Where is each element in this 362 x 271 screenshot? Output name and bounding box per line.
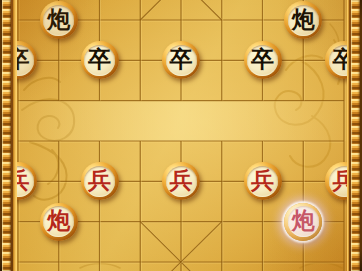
board-cell-file7-rank5[interactable]	[283, 121, 324, 161]
piece-face: 炮	[288, 5, 319, 36]
board-cell-file3-rank3[interactable]	[120, 40, 161, 80]
board-cell-file1-rank5[interactable]	[38, 121, 79, 161]
board-cell-file7-rank3[interactable]	[283, 40, 324, 80]
piece-face: 卒	[247, 45, 278, 76]
board-cell-file6-rank8[interactable]	[242, 242, 283, 271]
board-cell-file3-rank7[interactable]	[120, 201, 161, 241]
board-cell-file5-rank2[interactable]	[201, 0, 242, 40]
board-cell-file6-rank5[interactable]	[242, 121, 283, 161]
piece-glyph: 炮	[47, 8, 70, 31]
piece-face: 炮	[288, 206, 319, 237]
board-cell-file1-rank2[interactable]: 炮	[38, 0, 79, 40]
piece-red-soldier[interactable]: 兵	[162, 162, 200, 200]
board-cell-file2-rank7[interactable]	[79, 201, 120, 241]
piece-face: 卒	[166, 45, 197, 76]
bead-ornament	[2, 0, 11, 271]
piece-black-soldier[interactable]: 卒	[162, 41, 200, 79]
board-cell-file1-rank6[interactable]	[38, 161, 79, 201]
board-cell-file5-rank5[interactable]	[201, 121, 242, 161]
board-cell-file3-rank5[interactable]	[120, 121, 161, 161]
board-cell-file4-rank7[interactable]	[161, 201, 202, 241]
piece-black-cannon[interactable]: 炮	[40, 1, 78, 39]
board-cell-file3-rank2[interactable]	[120, 0, 161, 40]
piece-glyph: 卒	[170, 48, 193, 71]
board-cell-file3-rank6[interactable]	[120, 161, 161, 201]
xiangqi-board: 炮炮卒卒卒卒卒兵兵兵兵兵炮炮	[0, 0, 362, 271]
piece-red-cannon-selected[interactable]: 炮	[284, 203, 322, 241]
board-cell-file2-rank8[interactable]	[79, 242, 120, 271]
piece-glyph: 兵	[88, 169, 111, 192]
board-border-right	[347, 0, 362, 271]
board-cell-file2-rank4[interactable]	[79, 81, 120, 121]
piece-face: 卒	[84, 45, 115, 76]
border-gold	[13, 0, 17, 271]
board-cell-file6-rank2[interactable]	[242, 0, 283, 40]
bead-ornament	[351, 0, 360, 271]
board-cell-file4-rank2[interactable]	[161, 0, 202, 40]
board-cell-file4-rank5[interactable]	[161, 121, 202, 161]
board-cell-file1-rank4[interactable]	[38, 81, 79, 121]
board-cell-file4-rank4[interactable]	[161, 81, 202, 121]
piece-glyph: 卒	[88, 48, 111, 71]
piece-black-soldier[interactable]: 卒	[244, 41, 282, 79]
board-cell-file7-rank4[interactable]	[283, 81, 324, 121]
board-cell-file1-rank3[interactable]	[38, 40, 79, 80]
board-cell-file2-rank6[interactable]: 兵	[79, 161, 120, 201]
board-cell-file3-rank4[interactable]	[120, 81, 161, 121]
piece-glyph: 卒	[251, 48, 274, 71]
board-cell-file4-rank6[interactable]: 兵	[161, 161, 202, 201]
board-border-left	[0, 0, 17, 271]
board-cell-file6-rank6[interactable]: 兵	[242, 161, 283, 201]
piece-red-soldier[interactable]: 兵	[244, 162, 282, 200]
board-cell-file3-rank8[interactable]	[120, 242, 161, 271]
piece-red-soldier[interactable]: 兵	[81, 162, 119, 200]
board-cell-file1-rank7[interactable]: 炮	[38, 201, 79, 241]
piece-glyph: 炮	[292, 8, 315, 31]
piece-glyph: 兵	[251, 169, 274, 192]
board-cell-file5-rank6[interactable]	[201, 161, 242, 201]
board-cell-file6-rank3[interactable]: 卒	[242, 40, 283, 80]
piece-face: 兵	[166, 166, 197, 197]
board-cell-file5-rank3[interactable]	[201, 40, 242, 80]
board-cell-file5-rank8[interactable]	[201, 242, 242, 271]
board-cell-file2-rank2[interactable]	[79, 0, 120, 40]
piece-grid: 炮炮卒卒卒卒卒兵兵兵兵兵炮炮	[0, 0, 362, 271]
board-cell-file7-rank2[interactable]: 炮	[283, 0, 324, 40]
board-cell-file7-rank6[interactable]	[283, 161, 324, 201]
piece-face: 炮	[43, 5, 74, 36]
board-cell-file6-rank4[interactable]	[242, 81, 283, 121]
piece-glyph: 炮	[47, 209, 70, 232]
piece-red-cannon[interactable]: 炮	[40, 203, 78, 241]
board-cell-file4-rank8[interactable]	[161, 242, 202, 271]
piece-black-soldier[interactable]: 卒	[81, 41, 119, 79]
board-cell-file5-rank7[interactable]	[201, 201, 242, 241]
piece-black-cannon[interactable]: 炮	[284, 1, 322, 39]
piece-face: 兵	[84, 166, 115, 197]
board-cell-file4-rank3[interactable]: 卒	[161, 40, 202, 80]
piece-face: 炮	[43, 206, 74, 237]
piece-glyph: 兵	[170, 169, 193, 192]
board-cell-file5-rank4[interactable]	[201, 81, 242, 121]
board-cell-file2-rank3[interactable]: 卒	[79, 40, 120, 80]
board-cell-file6-rank7[interactable]	[242, 201, 283, 241]
board-cell-file7-rank8[interactable]	[283, 242, 324, 271]
piece-face: 兵	[247, 166, 278, 197]
piece-glyph: 炮	[292, 209, 315, 232]
board-cell-file2-rank5[interactable]	[79, 121, 120, 161]
board-cell-file7-rank7[interactable]: 炮	[283, 201, 324, 241]
board-cell-file1-rank8[interactable]	[38, 242, 79, 271]
